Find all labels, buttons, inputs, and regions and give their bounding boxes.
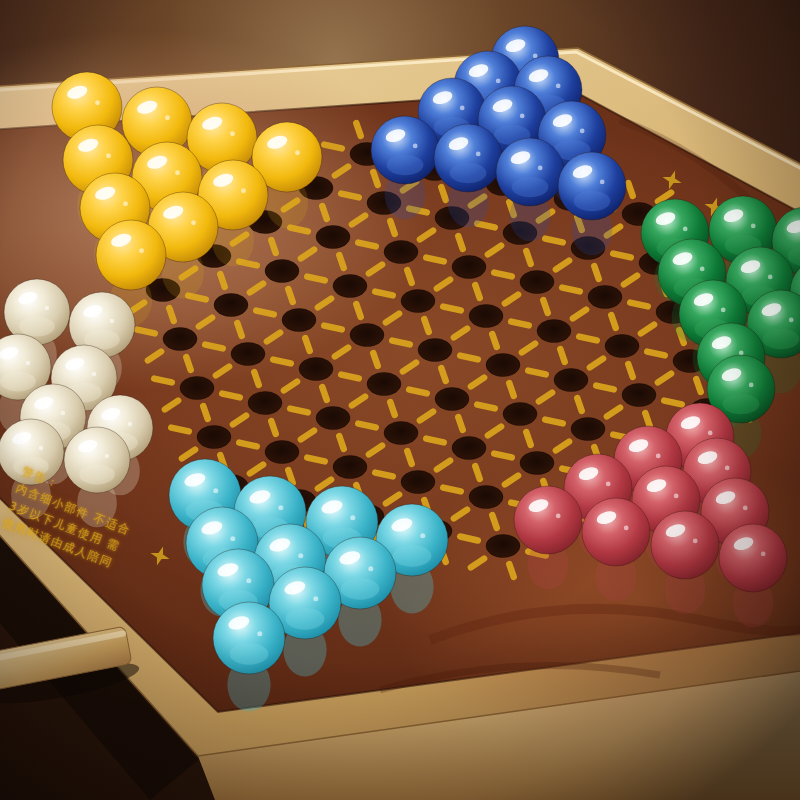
chinese-checkers-product-photo: 警告： 内含细小部件 不适合 3岁以下儿童使用 需 使用时请由成人陪同	[0, 0, 800, 800]
vignette	[0, 0, 800, 800]
board-scene	[0, 0, 800, 800]
